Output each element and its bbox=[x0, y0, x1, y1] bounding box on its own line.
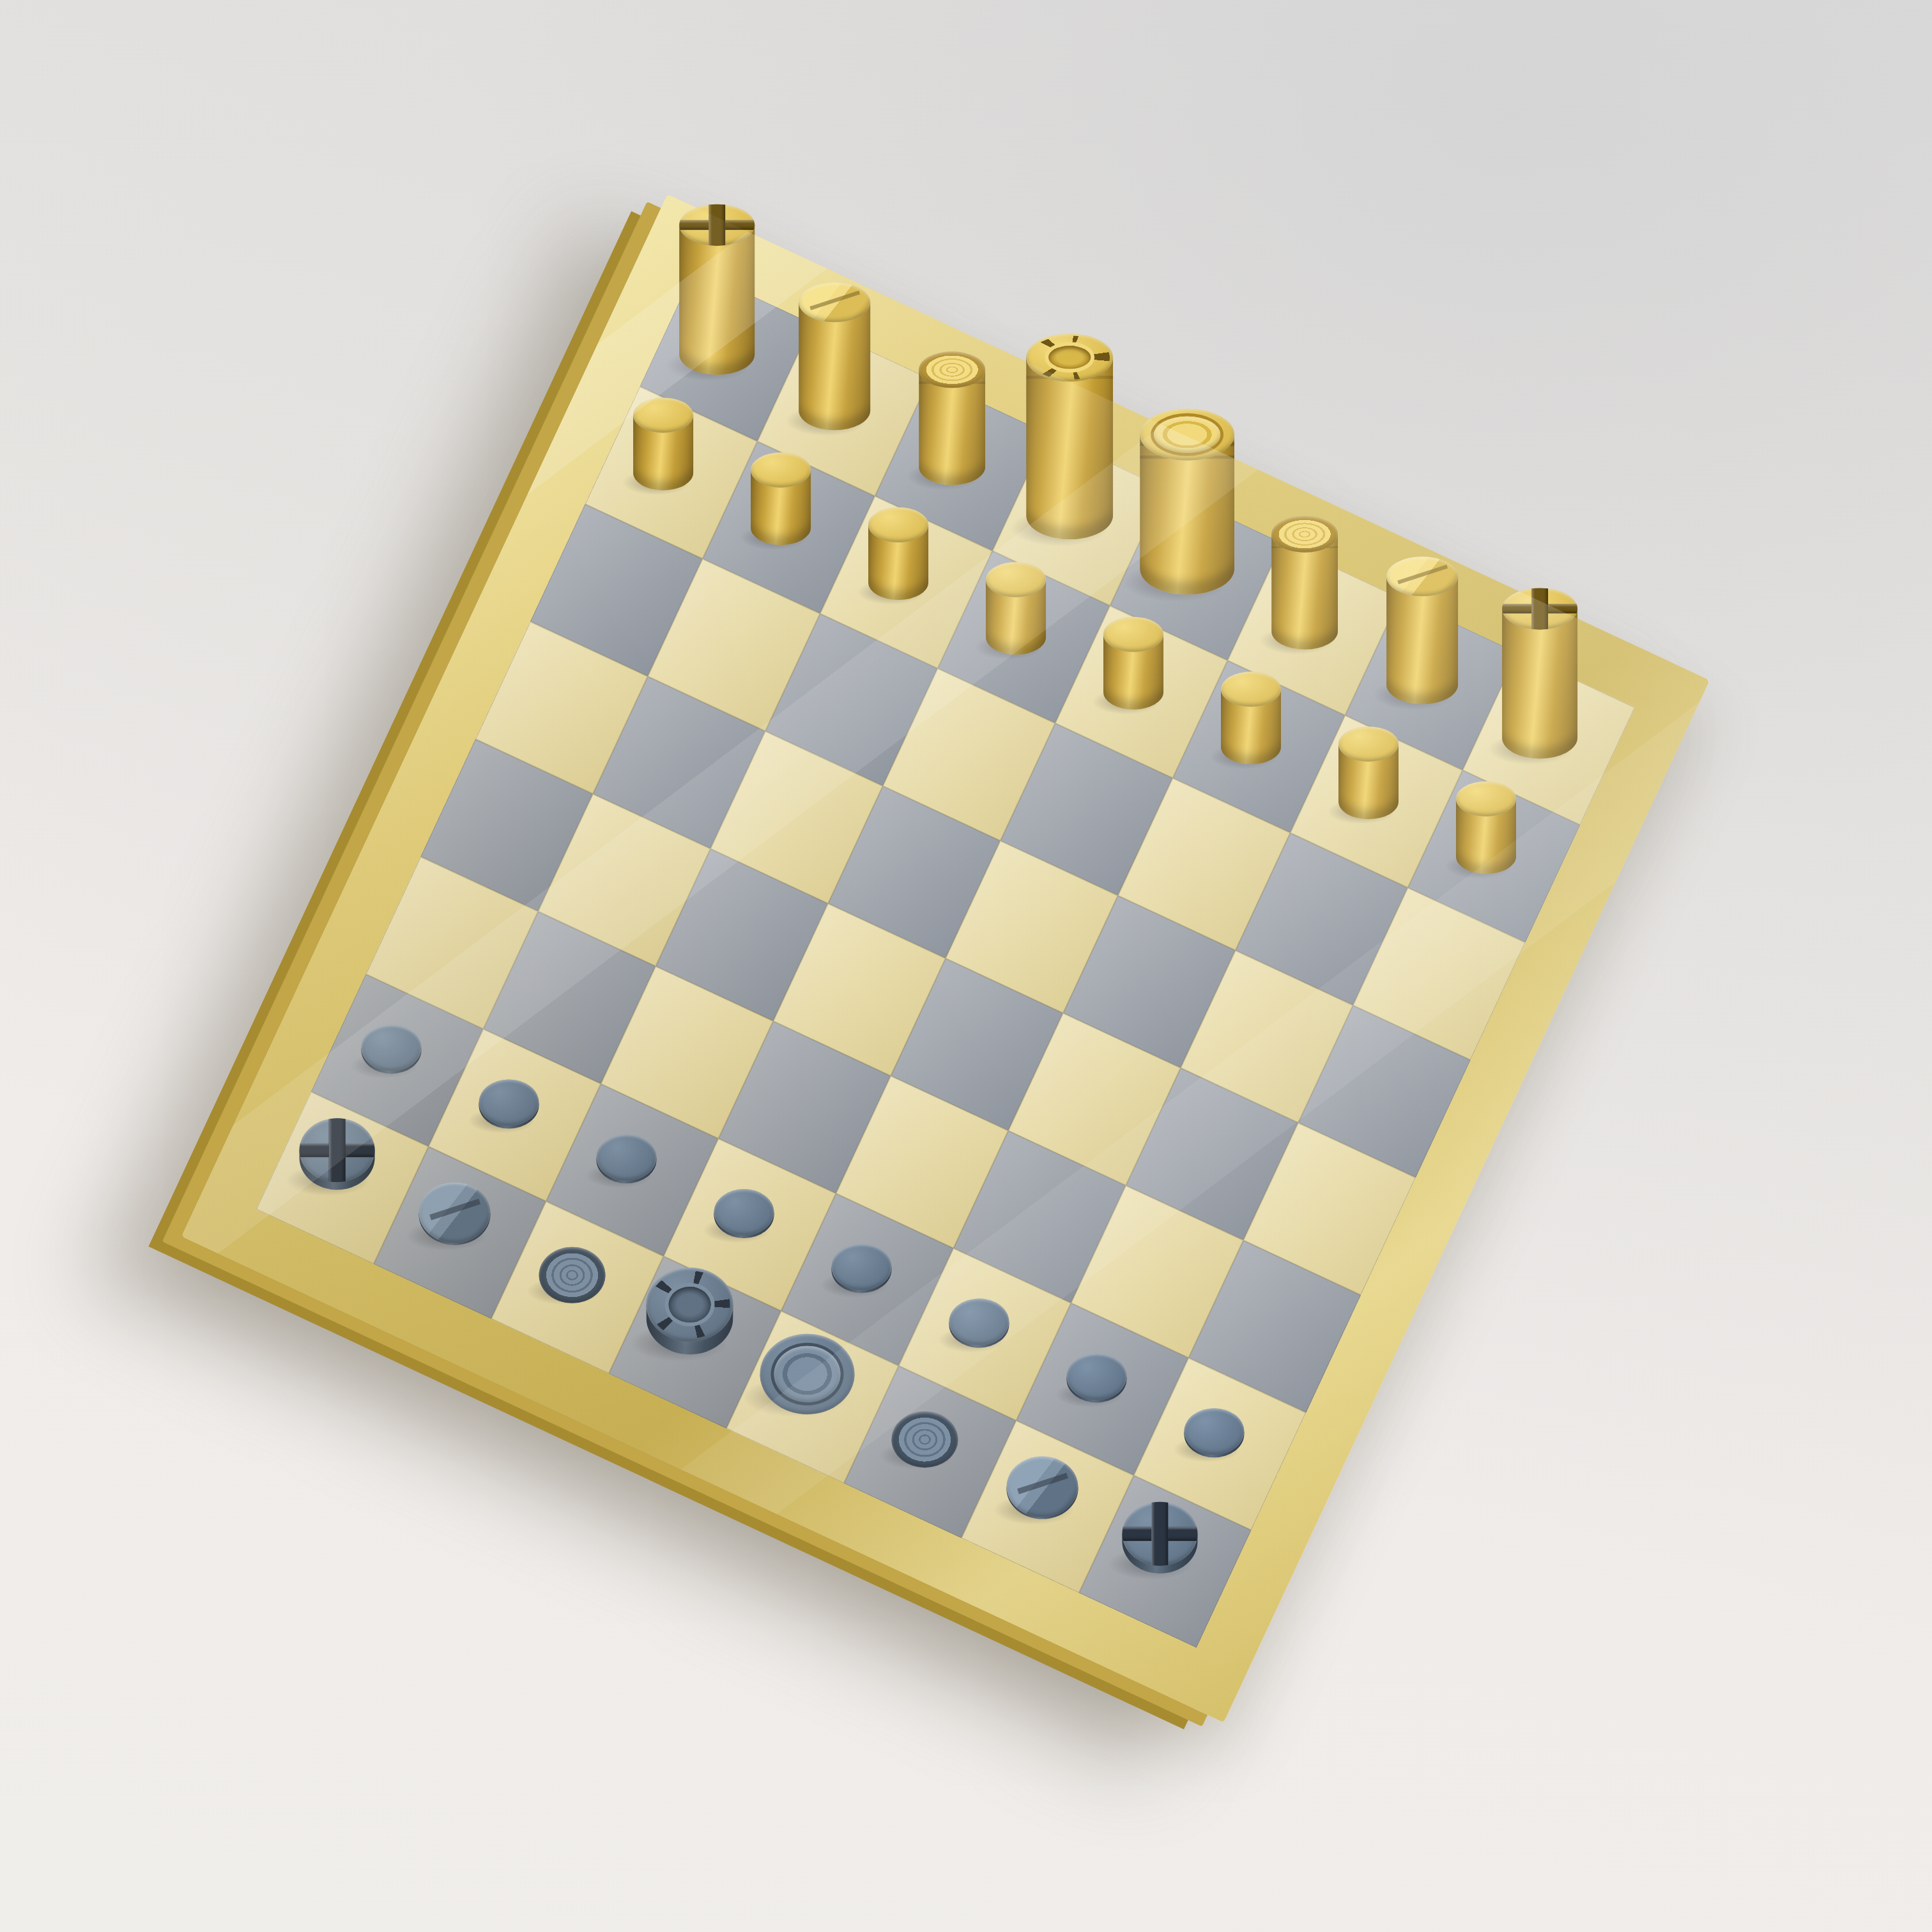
piece-top-face bbox=[646, 1267, 733, 1341]
blue-bishop-f1[interactable]: ♝ bbox=[891, 1411, 958, 1464]
piece-top-face bbox=[633, 397, 693, 433]
piece-top-face bbox=[1338, 726, 1399, 761]
piece-top-face bbox=[949, 1298, 1009, 1345]
piece-top-face bbox=[1140, 408, 1234, 460]
piece-top-face bbox=[1271, 516, 1338, 552]
piece-top-face bbox=[1006, 1456, 1078, 1517]
gold-bishop-f8[interactable]: ♗ bbox=[1271, 516, 1338, 649]
gold-pawn-f7[interactable]: ♙ bbox=[1221, 671, 1281, 764]
piece-top-face bbox=[539, 1246, 605, 1303]
gold-pawn-a7[interactable]: ♙ bbox=[633, 397, 693, 490]
gold-pawn-e7[interactable]: ♙ bbox=[1103, 617, 1163, 709]
gold-king-d8[interactable]: ♔ bbox=[1026, 333, 1113, 539]
gold-pawn-b7[interactable]: ♙ bbox=[751, 452, 811, 545]
piece-top-face bbox=[1103, 617, 1163, 652]
piece-top-face bbox=[868, 507, 928, 542]
blue-pawn-d2[interactable]: ♟ bbox=[714, 1188, 774, 1238]
piece-top-face bbox=[1221, 671, 1281, 707]
board-grid: ♖♘♗♔♕♗♘♖♙♙♙♙♙♙♙♙♟♟♟♟♟♟♟♟♜♞♝♚♛♝♞♜ bbox=[256, 269, 1635, 1648]
blue-pawn-f2[interactable]: ♟ bbox=[949, 1298, 1009, 1347]
blue-pawn-b2[interactable]: ♟ bbox=[479, 1079, 539, 1128]
piece-top-face bbox=[1502, 588, 1577, 629]
piece-body bbox=[1026, 357, 1113, 539]
blue-pawn-a2[interactable]: ♟ bbox=[361, 1024, 421, 1073]
piece-top-face bbox=[596, 1134, 656, 1181]
blue-bishop-c1[interactable]: ♝ bbox=[539, 1246, 605, 1299]
gold-pawn-c7[interactable]: ♙ bbox=[868, 507, 928, 599]
gold-knight-b8[interactable]: ♘ bbox=[799, 282, 870, 430]
gold-bishop-c8[interactable]: ♗ bbox=[919, 351, 985, 485]
piece-top-face bbox=[1026, 333, 1113, 381]
chess-board-frame: ♖♘♗♔♕♗♘♖♙♙♙♙♙♙♙♙♟♟♟♟♟♟♟♟♜♞♝♚♛♝♞♜ bbox=[181, 194, 1710, 1722]
blue-pawn-e2[interactable]: ♟ bbox=[831, 1243, 891, 1292]
piece-top-face bbox=[799, 282, 870, 322]
piece-top-face bbox=[1066, 1353, 1126, 1400]
piece-top-face bbox=[361, 1024, 421, 1071]
piece-body bbox=[1502, 608, 1577, 758]
piece-top-face bbox=[418, 1182, 490, 1243]
piece-top-face bbox=[1386, 556, 1458, 596]
piece-top-face bbox=[299, 1118, 374, 1182]
piece-top-face bbox=[751, 452, 811, 487]
piece-body bbox=[679, 225, 755, 375]
piece-top-face bbox=[1122, 1501, 1197, 1565]
gold-queen-e8[interactable]: ♕ bbox=[1140, 408, 1234, 594]
blue-pawn-h2[interactable]: ♟ bbox=[1184, 1408, 1244, 1457]
piece-top-face bbox=[831, 1243, 891, 1290]
gold-rook-h8[interactable]: ♖ bbox=[1502, 588, 1577, 758]
gold-pawn-h7[interactable]: ♙ bbox=[1456, 781, 1516, 873]
photo-scene: ♖♘♗♔♕♗♘♖♙♙♙♙♙♙♙♙♟♟♟♟♟♟♟♟♜♞♝♚♛♝♞♜ bbox=[0, 0, 1932, 1932]
piece-top-face bbox=[760, 1333, 854, 1414]
piece-top-face bbox=[1184, 1408, 1244, 1455]
blue-pawn-c2[interactable]: ♟ bbox=[596, 1134, 656, 1183]
gold-rook-a8[interactable]: ♖ bbox=[679, 204, 755, 374]
piece-top-face bbox=[479, 1079, 539, 1126]
gold-pawn-g7[interactable]: ♙ bbox=[1338, 726, 1399, 818]
piece-top-face bbox=[714, 1188, 774, 1235]
piece-top-face bbox=[986, 562, 1046, 597]
blue-rook-h1[interactable]: ♜ bbox=[1122, 1501, 1197, 1573]
blue-king-d1[interactable]: ♚ bbox=[646, 1267, 733, 1354]
piece-top-face bbox=[891, 1411, 958, 1468]
blue-knight-g1[interactable]: ♞ bbox=[1006, 1456, 1078, 1519]
blue-knight-b1[interactable]: ♞ bbox=[418, 1182, 490, 1245]
piece-top-face bbox=[1456, 781, 1516, 816]
blue-rook-a1[interactable]: ♜ bbox=[299, 1118, 374, 1190]
blue-pawn-g2[interactable]: ♟ bbox=[1066, 1353, 1126, 1402]
gold-knight-g8[interactable]: ♘ bbox=[1386, 556, 1458, 704]
piece-top-face bbox=[679, 204, 755, 245]
blue-queen-e1[interactable]: ♛ bbox=[760, 1333, 854, 1409]
gold-pawn-d7[interactable]: ♙ bbox=[986, 562, 1046, 654]
piece-top-face bbox=[919, 351, 985, 388]
